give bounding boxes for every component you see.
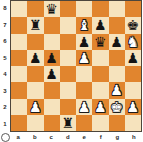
square-h5[interactable]: ♟	[125, 50, 141, 66]
square-e2[interactable]: ♟	[76, 99, 92, 115]
square-h3[interactable]	[125, 82, 141, 98]
file-label-d: d	[60, 132, 77, 142]
white-pawn-f2[interactable]: ♟	[94, 99, 107, 115]
chess-board: ♛♜♝♟♚♟♛♟♞♟♟♟♟♟♟♟♟♟♚♟♜	[10, 0, 142, 132]
square-a4[interactable]	[11, 66, 27, 82]
white-knight-h6[interactable]: ♞	[127, 34, 140, 50]
square-e4[interactable]	[76, 66, 92, 82]
rank-label-7: 7	[0, 17, 10, 34]
square-g6[interactable]: ♟	[109, 34, 125, 50]
square-h2[interactable]: ♟	[125, 99, 141, 115]
file-label-f: f	[93, 132, 110, 142]
white-pawn-b2[interactable]: ♟	[29, 99, 42, 115]
square-a3[interactable]	[11, 82, 27, 98]
white-pawn-g3[interactable]: ♟	[110, 82, 123, 98]
square-h8[interactable]	[125, 1, 141, 17]
square-a8[interactable]	[11, 1, 27, 17]
black-rook-b7[interactable]: ♜	[29, 17, 42, 33]
square-g2[interactable]: ♚	[109, 99, 125, 115]
black-pawn-c4[interactable]: ♟	[45, 66, 58, 82]
square-f4[interactable]	[92, 66, 108, 82]
square-b5[interactable]: ♟	[27, 50, 43, 66]
square-d1[interactable]: ♜	[60, 115, 76, 131]
file-label-g: g	[109, 132, 126, 142]
black-pawn-c5[interactable]: ♟	[45, 50, 58, 66]
square-f8[interactable]	[92, 1, 108, 17]
black-king-h7[interactable]: ♚	[127, 17, 140, 33]
square-g3[interactable]: ♟	[109, 82, 125, 98]
square-b2[interactable]: ♟	[27, 99, 43, 115]
square-h7[interactable]: ♚	[125, 17, 141, 33]
file-labels: abcdefgh	[10, 132, 142, 142]
square-f6[interactable]: ♛	[92, 34, 108, 50]
black-pawn-g6[interactable]: ♟	[110, 34, 123, 50]
square-a5[interactable]	[11, 50, 27, 66]
square-g7[interactable]	[109, 17, 125, 33]
file-label-c: c	[43, 132, 60, 142]
white-pawn-h2[interactable]: ♟	[127, 99, 140, 115]
square-c3[interactable]	[44, 82, 60, 98]
rank-label-1: 1	[0, 116, 10, 133]
square-a2[interactable]	[11, 99, 27, 115]
file-label-h: h	[126, 132, 143, 142]
square-g8[interactable]	[109, 1, 125, 17]
white-bishop-e7[interactable]: ♝	[78, 17, 91, 33]
black-queen-c8[interactable]: ♛	[45, 1, 58, 17]
square-h4[interactable]	[125, 66, 141, 82]
side-to-move-indicator	[1, 133, 10, 142]
square-d7[interactable]	[60, 17, 76, 33]
file-label-b: b	[27, 132, 44, 142]
square-a6[interactable]	[11, 34, 27, 50]
white-king-g2[interactable]: ♚	[110, 99, 123, 115]
square-d2[interactable]	[60, 99, 76, 115]
square-b4[interactable]	[27, 66, 43, 82]
square-f7[interactable]: ♟	[92, 17, 108, 33]
square-b6[interactable]	[27, 34, 43, 50]
rank-labels: 87654321	[0, 0, 10, 132]
square-e5[interactable]: ♟	[76, 50, 92, 66]
square-g5[interactable]	[109, 50, 125, 66]
file-label-e: e	[76, 132, 93, 142]
square-b1[interactable]	[27, 115, 43, 131]
square-c2[interactable]	[44, 99, 60, 115]
square-c4[interactable]: ♟	[44, 66, 60, 82]
square-c6[interactable]	[44, 34, 60, 50]
square-a1[interactable]	[11, 115, 27, 131]
black-rook-d1[interactable]: ♜	[62, 115, 75, 131]
square-d4[interactable]	[60, 66, 76, 82]
black-pawn-f7[interactable]: ♟	[94, 17, 107, 33]
black-pawn-h5[interactable]: ♟	[127, 50, 140, 66]
square-d5[interactable]	[60, 50, 76, 66]
rank-label-6: 6	[0, 33, 10, 50]
black-pawn-e6[interactable]: ♟	[78, 34, 91, 50]
square-c7[interactable]	[44, 17, 60, 33]
file-label-a: a	[10, 132, 27, 142]
white-pawn-e5[interactable]: ♟	[78, 50, 91, 66]
square-f2[interactable]: ♟	[92, 99, 108, 115]
rank-label-4: 4	[0, 66, 10, 83]
rank-label-3: 3	[0, 83, 10, 100]
white-pawn-e2[interactable]: ♟	[78, 99, 91, 115]
square-d6[interactable]	[60, 34, 76, 50]
square-g4[interactable]	[109, 66, 125, 82]
square-b7[interactable]: ♜	[27, 17, 43, 33]
square-b3[interactable]	[27, 82, 43, 98]
black-pawn-b5[interactable]: ♟	[29, 50, 42, 66]
square-c8[interactable]: ♛	[44, 1, 60, 17]
square-h1[interactable]	[125, 115, 141, 131]
square-d3[interactable]	[60, 82, 76, 98]
square-c5[interactable]: ♟	[44, 50, 60, 66]
rank-label-2: 2	[0, 99, 10, 116]
square-e8[interactable]	[76, 1, 92, 17]
square-c1[interactable]	[44, 115, 60, 131]
square-d8[interactable]	[60, 1, 76, 17]
rank-label-8: 8	[0, 0, 10, 17]
rank-label-5: 5	[0, 50, 10, 67]
square-e3[interactable]	[76, 82, 92, 98]
square-f5[interactable]	[92, 50, 108, 66]
square-e7[interactable]: ♝	[76, 17, 92, 33]
square-f3[interactable]	[92, 82, 108, 98]
black-queen-f6[interactable]: ♛	[94, 34, 107, 50]
square-f1[interactable]	[92, 115, 108, 131]
chess-diagram: 87654321 ♛♜♝♟♚♟♛♟♞♟♟♟♟♟♟♟♟♟♚♟♜ abcdefgh	[0, 0, 142, 142]
square-a7[interactable]	[11, 17, 27, 33]
square-e6[interactable]: ♟	[76, 34, 92, 50]
square-h6[interactable]: ♞	[125, 34, 141, 50]
square-b8[interactable]	[27, 1, 43, 17]
square-e1[interactable]	[76, 115, 92, 131]
square-g1[interactable]	[109, 115, 125, 131]
